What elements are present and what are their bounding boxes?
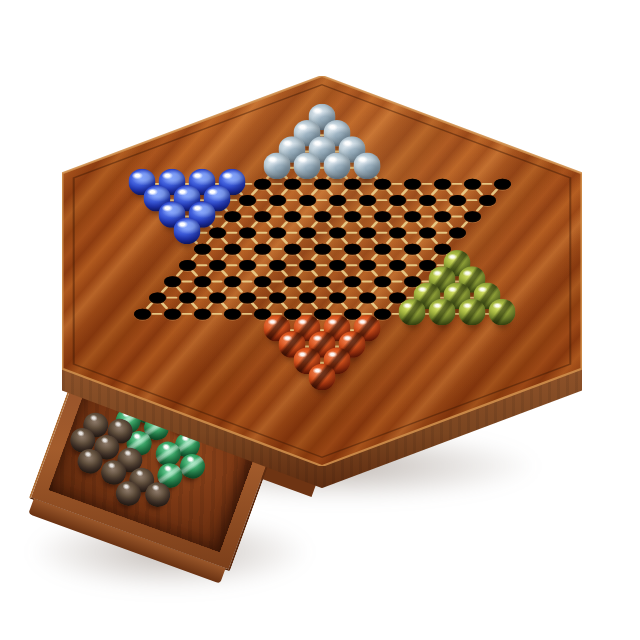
cell <box>262 290 292 306</box>
hole[interactable] <box>254 178 271 189</box>
cell <box>307 176 337 192</box>
hole[interactable] <box>209 292 226 303</box>
hole[interactable] <box>314 178 331 189</box>
hole[interactable] <box>194 308 211 319</box>
hole[interactable] <box>314 211 331 222</box>
cell <box>382 225 412 241</box>
cell <box>187 306 217 322</box>
hole[interactable] <box>374 211 391 222</box>
cell <box>187 273 217 289</box>
hole[interactable] <box>299 195 316 206</box>
hole[interactable] <box>329 227 346 238</box>
marble-olive[interactable] <box>399 299 426 326</box>
cell <box>382 192 412 208</box>
hole[interactable] <box>314 276 331 287</box>
hole[interactable] <box>449 195 466 206</box>
hole[interactable] <box>284 276 301 287</box>
hole[interactable] <box>239 227 256 238</box>
hole[interactable] <box>329 260 346 271</box>
hole[interactable] <box>404 211 421 222</box>
cell <box>217 306 247 322</box>
cell <box>442 225 472 241</box>
cell <box>352 160 382 176</box>
hole[interactable] <box>464 211 481 222</box>
cell <box>292 225 322 241</box>
hole[interactable] <box>449 227 466 238</box>
hole[interactable] <box>284 211 301 222</box>
cell <box>397 176 427 192</box>
cell <box>322 290 352 306</box>
hole[interactable] <box>209 227 226 238</box>
hole[interactable] <box>344 178 361 189</box>
hole[interactable] <box>269 227 286 238</box>
cell <box>247 273 277 289</box>
cell <box>382 257 412 273</box>
cell <box>307 241 337 257</box>
cell <box>202 225 232 241</box>
cell <box>397 241 427 257</box>
hole[interactable] <box>299 260 316 271</box>
cell <box>367 273 397 289</box>
cell <box>337 208 367 224</box>
hole[interactable] <box>209 260 226 271</box>
cell <box>217 208 247 224</box>
cell <box>292 192 322 208</box>
cell <box>337 241 367 257</box>
hole[interactable] <box>404 243 421 254</box>
hole[interactable] <box>374 243 391 254</box>
cell <box>277 208 307 224</box>
cell <box>262 192 292 208</box>
hole[interactable] <box>254 243 271 254</box>
cell <box>262 225 292 241</box>
cell <box>322 257 352 273</box>
cell <box>352 192 382 208</box>
hole[interactable] <box>359 260 376 271</box>
cell <box>292 160 322 176</box>
marble-olive[interactable] <box>429 299 456 326</box>
hole[interactable] <box>434 178 451 189</box>
cell <box>157 306 187 322</box>
hole[interactable] <box>419 195 436 206</box>
hole[interactable] <box>374 276 391 287</box>
cell <box>232 290 262 306</box>
hole[interactable] <box>389 195 406 206</box>
cell <box>277 273 307 289</box>
hole[interactable] <box>314 243 331 254</box>
cell <box>367 241 397 257</box>
hole[interactable] <box>374 178 391 189</box>
cell <box>247 208 277 224</box>
hole[interactable] <box>239 260 256 271</box>
hole[interactable] <box>269 260 286 271</box>
hole[interactable] <box>359 292 376 303</box>
hole[interactable] <box>299 227 316 238</box>
hole[interactable] <box>254 276 271 287</box>
hole[interactable] <box>389 227 406 238</box>
hole[interactable] <box>464 178 481 189</box>
hole[interactable] <box>224 276 241 287</box>
cell <box>412 192 442 208</box>
marble-olive[interactable] <box>459 299 486 326</box>
cell <box>172 225 202 241</box>
cell <box>172 257 202 273</box>
cell <box>457 208 487 224</box>
hole[interactable] <box>494 178 511 189</box>
hole[interactable] <box>404 178 421 189</box>
cell <box>217 241 247 257</box>
hole[interactable] <box>284 178 301 189</box>
hole[interactable] <box>269 292 286 303</box>
cell <box>412 225 442 241</box>
hole[interactable] <box>479 195 496 206</box>
cell <box>172 290 202 306</box>
hole[interactable] <box>224 308 241 319</box>
cell <box>262 257 292 273</box>
hole[interactable] <box>269 195 286 206</box>
cell <box>247 176 277 192</box>
cell <box>187 241 217 257</box>
cell <box>202 290 232 306</box>
marble-olive[interactable] <box>489 299 516 326</box>
cell <box>427 306 457 322</box>
cell <box>427 176 457 192</box>
hole[interactable] <box>179 260 196 271</box>
hole[interactable] <box>149 292 166 303</box>
cell <box>292 257 322 273</box>
cell <box>307 273 337 289</box>
cell <box>262 160 292 176</box>
cell <box>232 257 262 273</box>
marble-red[interactable] <box>309 364 336 391</box>
cell <box>322 225 352 241</box>
hole[interactable] <box>179 292 196 303</box>
cell <box>367 176 397 192</box>
hole[interactable] <box>239 195 256 206</box>
cell <box>307 208 337 224</box>
cell <box>337 176 367 192</box>
hole[interactable] <box>329 292 346 303</box>
cell <box>337 273 367 289</box>
hole[interactable] <box>389 260 406 271</box>
cell <box>202 257 232 273</box>
hole[interactable] <box>344 243 361 254</box>
hole[interactable] <box>239 292 256 303</box>
cell <box>247 241 277 257</box>
hole[interactable] <box>329 195 346 206</box>
hole[interactable] <box>224 243 241 254</box>
product-photo-scene <box>0 0 640 640</box>
hole[interactable] <box>194 276 211 287</box>
cell <box>232 225 262 241</box>
hole[interactable] <box>224 211 241 222</box>
hole[interactable] <box>164 276 181 287</box>
cell <box>142 290 172 306</box>
cell <box>277 176 307 192</box>
hole[interactable] <box>359 195 376 206</box>
cell <box>277 241 307 257</box>
cell <box>322 192 352 208</box>
cell <box>367 208 397 224</box>
cell <box>352 225 382 241</box>
cell <box>397 306 427 322</box>
cell <box>322 160 352 176</box>
cell <box>427 208 457 224</box>
cell <box>157 273 187 289</box>
cell <box>292 290 322 306</box>
cell <box>217 273 247 289</box>
hole[interactable] <box>299 292 316 303</box>
cell <box>457 306 487 322</box>
hole[interactable] <box>254 211 271 222</box>
cell <box>397 208 427 224</box>
star-grid <box>127 111 517 387</box>
hole[interactable] <box>344 276 361 287</box>
cell <box>127 306 157 322</box>
hole[interactable] <box>359 227 376 238</box>
cell <box>232 192 262 208</box>
cell <box>442 192 472 208</box>
chinese-checkers-board <box>62 76 582 466</box>
cell <box>352 290 382 306</box>
cell <box>472 192 502 208</box>
hole[interactable] <box>434 211 451 222</box>
hole[interactable] <box>134 308 151 319</box>
cell <box>307 371 337 387</box>
hole[interactable] <box>164 308 181 319</box>
hole[interactable] <box>344 211 361 222</box>
hole[interactable] <box>419 227 436 238</box>
cell <box>487 306 517 322</box>
cell <box>352 257 382 273</box>
cell <box>487 176 517 192</box>
hole[interactable] <box>284 243 301 254</box>
hole[interactable] <box>194 243 211 254</box>
cell <box>457 176 487 192</box>
